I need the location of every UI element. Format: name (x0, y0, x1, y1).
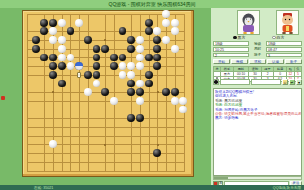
board-point[interactable] (57, 27, 66, 36)
board-point[interactable] (170, 166, 179, 175)
board-point[interactable] (75, 123, 84, 132)
board-point[interactable] (75, 157, 84, 166)
option-field-2[interactable] (251, 79, 281, 84)
board-point[interactable] (136, 10, 145, 19)
board-point[interactable] (66, 123, 75, 132)
board-point[interactable] (40, 53, 49, 62)
board-point[interactable] (75, 149, 84, 158)
board-point[interactable] (49, 44, 58, 53)
board-point[interactable] (153, 114, 162, 123)
board-point[interactable] (144, 18, 153, 27)
board-point[interactable] (118, 140, 127, 149)
board-point[interactable] (153, 88, 162, 97)
board-point[interactable] (170, 149, 179, 158)
board-point[interactable] (83, 166, 92, 175)
board-point[interactable] (49, 114, 58, 123)
board-point[interactable] (144, 149, 153, 158)
board-point[interactable] (162, 27, 171, 36)
board-point[interactable] (49, 18, 58, 27)
board-point[interactable] (57, 97, 66, 106)
board-point[interactable] (66, 157, 75, 166)
board-point[interactable] (162, 140, 171, 149)
board-point[interactable] (118, 166, 127, 175)
board-point[interactable] (75, 44, 84, 53)
board-point[interactable] (170, 36, 179, 45)
board-point[interactable] (170, 97, 179, 106)
board-point[interactable] (170, 53, 179, 62)
board-point[interactable] (31, 114, 40, 123)
board-point[interactable] (83, 70, 92, 79)
board-point[interactable] (127, 44, 136, 53)
board-point[interactable] (179, 166, 188, 175)
board-point[interactable] (136, 62, 145, 71)
board-point[interactable] (179, 149, 188, 158)
board-point[interactable] (66, 149, 75, 158)
board-point[interactable] (101, 114, 110, 123)
board-point[interactable] (57, 114, 66, 123)
board-point[interactable] (118, 79, 127, 88)
board-point[interactable] (136, 44, 145, 53)
board-point[interactable] (49, 157, 58, 166)
board-point[interactable] (170, 10, 179, 19)
board-point[interactable] (179, 70, 188, 79)
board-point[interactable] (136, 97, 145, 106)
board-point[interactable] (136, 88, 145, 97)
board-point[interactable] (127, 88, 136, 97)
more-button[interactable]: ▾ (296, 79, 302, 85)
board-point[interactable] (31, 62, 40, 71)
board-point[interactable] (110, 97, 119, 106)
board-point[interactable] (127, 97, 136, 106)
board-point[interactable] (170, 105, 179, 114)
board-point[interactable] (23, 36, 32, 45)
board-point[interactable] (110, 131, 119, 140)
board-point[interactable] (179, 114, 188, 123)
board-point[interactable] (23, 79, 32, 88)
board-point[interactable] (83, 62, 92, 71)
board-point[interactable] (179, 18, 188, 27)
board-point[interactable] (66, 114, 75, 123)
board-point[interactable] (179, 62, 188, 71)
board-point[interactable] (127, 79, 136, 88)
board-point[interactable] (57, 140, 66, 149)
board-point[interactable] (83, 123, 92, 132)
board-point[interactable] (127, 123, 136, 132)
board-point[interactable] (101, 88, 110, 97)
board-point[interactable] (40, 18, 49, 27)
board-point[interactable] (75, 62, 84, 71)
board-point[interactable] (179, 97, 188, 106)
board-point[interactable] (136, 149, 145, 158)
board-point[interactable] (153, 18, 162, 27)
board-point[interactable] (144, 27, 153, 36)
board-point[interactable] (136, 166, 145, 175)
board-point[interactable] (92, 131, 101, 140)
board-point[interactable] (66, 44, 75, 53)
board-point[interactable] (92, 79, 101, 88)
board-point[interactable] (136, 27, 145, 36)
board-point[interactable] (170, 79, 179, 88)
board-point[interactable] (101, 79, 110, 88)
board-point[interactable] (170, 44, 179, 53)
smiley-button[interactable]: ☺ (282, 79, 288, 85)
board-point[interactable] (31, 18, 40, 27)
board-point[interactable] (170, 62, 179, 71)
board-point[interactable] (49, 36, 58, 45)
board-point[interactable] (40, 157, 49, 166)
board-point[interactable] (40, 70, 49, 79)
board-point[interactable] (40, 166, 49, 175)
board-point[interactable] (101, 105, 110, 114)
board-point[interactable] (127, 27, 136, 36)
board-point[interactable] (83, 79, 92, 88)
board-point[interactable] (66, 105, 75, 114)
board-point[interactable] (118, 70, 127, 79)
board-point[interactable] (153, 123, 162, 132)
board-point[interactable] (118, 131, 127, 140)
board-point[interactable] (49, 88, 58, 97)
board-point[interactable] (75, 114, 84, 123)
board-point[interactable] (31, 131, 40, 140)
board-point[interactable] (92, 62, 101, 71)
board-point[interactable] (23, 166, 32, 175)
board-point[interactable] (162, 157, 171, 166)
board-point[interactable] (101, 53, 110, 62)
board-point[interactable] (31, 44, 40, 53)
board-point[interactable] (110, 79, 119, 88)
board-point[interactable] (118, 157, 127, 166)
board-point[interactable] (75, 131, 84, 140)
board-point[interactable] (92, 18, 101, 27)
board-point[interactable] (144, 105, 153, 114)
board-point[interactable] (118, 97, 127, 106)
board-point[interactable] (66, 27, 75, 36)
board-point[interactable] (40, 105, 49, 114)
board-point[interactable] (118, 44, 127, 53)
board-point[interactable] (127, 114, 136, 123)
board-point[interactable] (66, 62, 75, 71)
board-point[interactable] (49, 131, 58, 140)
board-point[interactable] (75, 27, 84, 36)
board-point[interactable] (83, 88, 92, 97)
board-point[interactable] (136, 140, 145, 149)
board-point[interactable] (153, 79, 162, 88)
board-point[interactable] (144, 70, 153, 79)
board-point[interactable] (110, 123, 119, 132)
board-point[interactable] (170, 140, 179, 149)
board-point[interactable] (162, 123, 171, 132)
board-point[interactable] (75, 10, 84, 19)
board-point[interactable] (144, 79, 153, 88)
board-point[interactable] (49, 79, 58, 88)
board-point[interactable] (101, 36, 110, 45)
board-point[interactable] (92, 36, 101, 45)
board-point[interactable] (57, 10, 66, 19)
board-point[interactable] (23, 70, 32, 79)
board-point[interactable] (57, 157, 66, 166)
board-point[interactable] (83, 149, 92, 158)
board-point[interactable] (179, 88, 188, 97)
board-point[interactable] (162, 114, 171, 123)
board-point[interactable] (144, 97, 153, 106)
board-point[interactable] (40, 79, 49, 88)
board-point[interactable] (31, 70, 40, 79)
board-point[interactable] (49, 105, 58, 114)
board-point[interactable] (144, 140, 153, 149)
board-point[interactable] (136, 114, 145, 123)
board-point[interactable] (136, 105, 145, 114)
board-point[interactable] (162, 36, 171, 45)
board-point[interactable] (49, 166, 58, 175)
board-point[interactable] (136, 18, 145, 27)
board-point[interactable] (23, 114, 32, 123)
board-point[interactable] (153, 166, 162, 175)
board-point[interactable] (153, 27, 162, 36)
board-point[interactable] (40, 10, 49, 19)
board-point[interactable] (23, 105, 32, 114)
board-point[interactable] (75, 140, 84, 149)
board-point[interactable] (101, 27, 110, 36)
board-point[interactable] (136, 53, 145, 62)
board-point[interactable] (179, 105, 188, 114)
board-point[interactable] (23, 53, 32, 62)
board-point[interactable] (162, 10, 171, 19)
board-point[interactable] (179, 36, 188, 45)
board-point[interactable] (144, 10, 153, 19)
board-point[interactable] (23, 157, 32, 166)
board-point[interactable] (101, 62, 110, 71)
board-point[interactable] (57, 105, 66, 114)
board-point[interactable] (179, 157, 188, 166)
board-point[interactable] (75, 105, 84, 114)
board-point[interactable] (179, 53, 188, 62)
board-point[interactable] (170, 88, 179, 97)
board-point[interactable] (83, 140, 92, 149)
board-point[interactable] (110, 44, 119, 53)
board-point[interactable] (92, 10, 101, 19)
board-point[interactable] (101, 149, 110, 158)
board-point[interactable] (170, 123, 179, 132)
board-point[interactable] (83, 53, 92, 62)
board-point[interactable] (66, 53, 75, 62)
board-point[interactable] (83, 157, 92, 166)
board-point[interactable] (49, 140, 58, 149)
board-point[interactable] (83, 18, 92, 27)
board-point[interactable] (57, 18, 66, 27)
board-point[interactable] (49, 62, 58, 71)
board-point[interactable] (162, 53, 171, 62)
board-point[interactable] (179, 10, 188, 19)
board-point[interactable] (162, 88, 171, 97)
board-point[interactable] (31, 157, 40, 166)
board-point[interactable] (144, 88, 153, 97)
board-point[interactable] (110, 166, 119, 175)
board-point[interactable] (101, 18, 110, 27)
board-point[interactable] (153, 105, 162, 114)
board-point[interactable] (162, 70, 171, 79)
action-button[interactable]: 数子 (285, 59, 302, 64)
board-point[interactable] (136, 79, 145, 88)
board-point[interactable] (127, 62, 136, 71)
board-point[interactable] (31, 97, 40, 106)
board-point[interactable] (23, 140, 32, 149)
board-point[interactable] (101, 44, 110, 53)
board-point[interactable] (83, 10, 92, 19)
board-point[interactable] (118, 88, 127, 97)
board-point[interactable] (179, 27, 188, 36)
board-point[interactable] (83, 114, 92, 123)
board-point[interactable] (136, 123, 145, 132)
board-point[interactable] (83, 36, 92, 45)
board-point[interactable] (66, 10, 75, 19)
board-point[interactable] (118, 114, 127, 123)
board-point[interactable] (83, 131, 92, 140)
board-point[interactable] (162, 79, 171, 88)
board-point[interactable] (144, 114, 153, 123)
board-point[interactable] (144, 44, 153, 53)
board-point[interactable] (153, 70, 162, 79)
board-point[interactable] (101, 166, 110, 175)
board-point[interactable] (83, 97, 92, 106)
board-point[interactable] (75, 70, 84, 79)
board-point[interactable] (23, 123, 32, 132)
action-button[interactable]: 开始 (213, 59, 230, 64)
action-button[interactable]: 悔棋 (231, 59, 248, 64)
board-point[interactable] (162, 131, 171, 140)
board-point[interactable] (57, 123, 66, 132)
board-point[interactable] (40, 62, 49, 71)
board-point[interactable] (118, 123, 127, 132)
board-point[interactable] (101, 140, 110, 149)
board-point[interactable] (66, 88, 75, 97)
board-point[interactable] (57, 36, 66, 45)
board-point[interactable] (162, 44, 171, 53)
board-point[interactable] (110, 140, 119, 149)
board-point[interactable] (92, 27, 101, 36)
board-point[interactable] (40, 123, 49, 132)
chat-horizontal-scrollbar[interactable] (213, 176, 302, 180)
board-point[interactable] (83, 44, 92, 53)
board-point[interactable] (66, 18, 75, 27)
board-point[interactable] (153, 62, 162, 71)
board-point[interactable] (31, 149, 40, 158)
board-point[interactable] (127, 166, 136, 175)
board-point[interactable] (153, 140, 162, 149)
board-point[interactable] (118, 36, 127, 45)
board-point[interactable] (49, 97, 58, 106)
board-point[interactable] (92, 53, 101, 62)
board-point[interactable] (92, 157, 101, 166)
board-point[interactable] (153, 149, 162, 158)
board-point[interactable] (110, 70, 119, 79)
board-point[interactable] (40, 36, 49, 45)
board-point[interactable] (153, 131, 162, 140)
board-point[interactable] (118, 10, 127, 19)
board-point[interactable] (110, 27, 119, 36)
board-point[interactable] (66, 36, 75, 45)
board-point[interactable] (66, 70, 75, 79)
board-point[interactable] (75, 18, 84, 27)
board-point[interactable] (31, 27, 40, 36)
board-point[interactable] (57, 88, 66, 97)
board-point[interactable] (75, 166, 84, 175)
board-point[interactable] (40, 97, 49, 106)
board-point[interactable] (92, 105, 101, 114)
board-point[interactable] (179, 44, 188, 53)
board-point[interactable] (110, 88, 119, 97)
board-point[interactable] (92, 140, 101, 149)
board-point[interactable] (57, 79, 66, 88)
board-point[interactable] (110, 157, 119, 166)
board-point[interactable] (66, 140, 75, 149)
board-point[interactable] (49, 70, 58, 79)
board-point[interactable] (23, 18, 32, 27)
board-point[interactable] (136, 36, 145, 45)
board-point[interactable] (162, 62, 171, 71)
board-point[interactable] (144, 36, 153, 45)
board-point[interactable] (83, 27, 92, 36)
board-point[interactable] (92, 44, 101, 53)
board-point[interactable] (118, 105, 127, 114)
board-point[interactable] (75, 97, 84, 106)
board-point[interactable] (110, 149, 119, 158)
board-point[interactable] (40, 131, 49, 140)
scrollbar-thumb[interactable] (214, 177, 228, 179)
board-point[interactable] (110, 114, 119, 123)
board-point[interactable] (127, 149, 136, 158)
board-point[interactable] (49, 10, 58, 19)
board-point[interactable] (31, 166, 40, 175)
board-point[interactable] (92, 97, 101, 106)
board-point[interactable] (23, 97, 32, 106)
board-point[interactable] (127, 10, 136, 19)
board-point[interactable] (144, 53, 153, 62)
board-point[interactable] (23, 131, 32, 140)
board-point[interactable] (118, 53, 127, 62)
board-point[interactable] (127, 105, 136, 114)
board-point[interactable] (101, 70, 110, 79)
board-point[interactable] (153, 44, 162, 53)
board-point[interactable] (75, 53, 84, 62)
board-point[interactable] (31, 140, 40, 149)
board-point[interactable] (144, 62, 153, 71)
board-point[interactable] (170, 27, 179, 36)
board-point[interactable] (49, 53, 58, 62)
board-point[interactable] (144, 157, 153, 166)
board-point[interactable] (23, 149, 32, 158)
option-field-1[interactable] (220, 79, 250, 84)
board-point[interactable] (92, 123, 101, 132)
action-button[interactable]: 认输 (267, 59, 284, 64)
board-point[interactable] (92, 70, 101, 79)
board-point[interactable] (127, 36, 136, 45)
board-point[interactable] (136, 131, 145, 140)
board-point[interactable] (127, 157, 136, 166)
board-point[interactable] (92, 114, 101, 123)
board-point[interactable] (23, 44, 32, 53)
board-point[interactable] (57, 166, 66, 175)
board-point[interactable] (31, 88, 40, 97)
board-point[interactable] (66, 166, 75, 175)
board-point[interactable] (40, 149, 49, 158)
board-point[interactable] (66, 79, 75, 88)
board-point[interactable] (170, 114, 179, 123)
board-point[interactable] (66, 97, 75, 106)
board-point[interactable] (57, 44, 66, 53)
board-point[interactable] (31, 53, 40, 62)
board-point[interactable] (40, 114, 49, 123)
board-point[interactable] (40, 140, 49, 149)
